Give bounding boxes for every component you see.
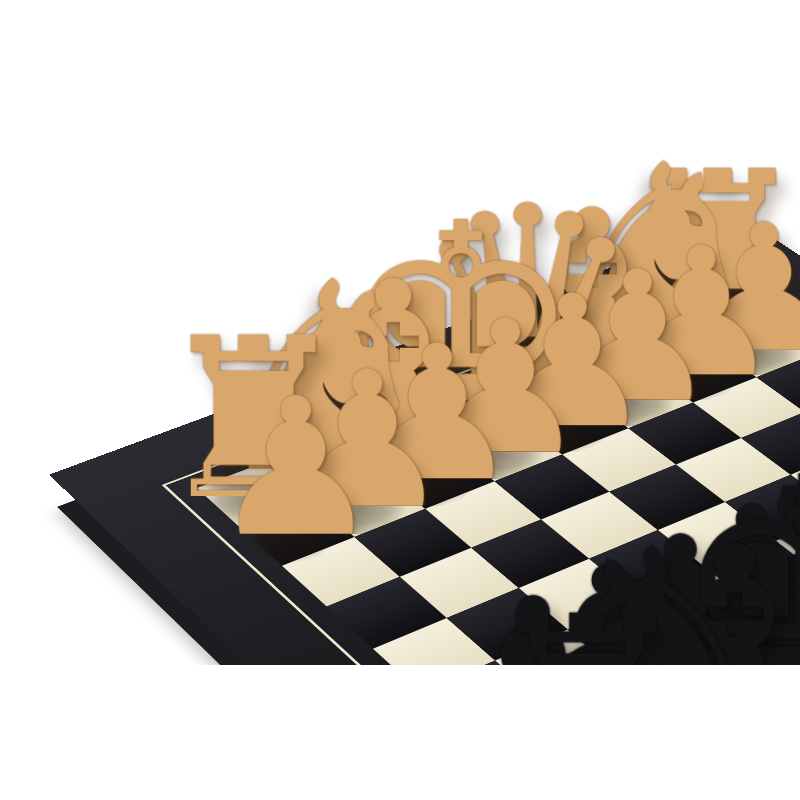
piece-white-rook-h1: ♜: [105, 178, 401, 494]
product-photo: ♜♞♝♛♚♝♞♜♟♟♟♟♟♟♟♟♟♟♟♟♟♟♟♟♜♞♝♛♚♝♞♜ Product…: [0, 0, 800, 800]
bottom-white-crop: [0, 665, 800, 800]
piece-white-rook-a1: ♜: [580, 23, 800, 315]
